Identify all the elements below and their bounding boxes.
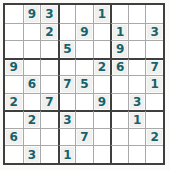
given-digit: 3	[63, 114, 71, 126]
given-digit: 9	[80, 26, 88, 38]
cell-r4c7[interactable]: 6	[110, 58, 128, 76]
sudoku-board: 93129135992676751279323167231	[3, 3, 165, 165]
cell-r5c4[interactable]: 7	[58, 75, 76, 93]
cell-r6c3[interactable]: 7	[40, 93, 58, 111]
given-digit: 2	[28, 114, 36, 126]
given-digit: 6	[10, 131, 18, 143]
given-digit: 7	[80, 131, 88, 143]
cell-r9c3[interactable]	[40, 145, 58, 163]
cell-r7c6[interactable]	[93, 110, 111, 128]
cell-r6c6[interactable]: 9	[93, 93, 111, 111]
given-digit: 2	[98, 61, 106, 73]
cell-r9c5[interactable]	[75, 145, 93, 163]
cell-r6c9[interactable]	[145, 93, 163, 111]
given-digit: 7	[45, 96, 53, 108]
cell-r4c3[interactable]	[40, 58, 58, 76]
given-digit: 1	[98, 8, 106, 20]
cell-r7c5[interactable]	[75, 110, 93, 128]
cell-r3c7[interactable]: 9	[110, 40, 128, 58]
given-digit: 3	[151, 26, 159, 38]
cell-r5c5[interactable]: 5	[75, 75, 93, 93]
given-digit: 1	[116, 26, 124, 38]
given-digit: 1	[63, 149, 71, 161]
cell-r1c6[interactable]: 1	[93, 5, 111, 23]
cell-r6c4[interactable]	[58, 93, 76, 111]
cell-r9c2[interactable]: 3	[23, 145, 41, 163]
cell-r4c8[interactable]	[128, 58, 146, 76]
given-digit: 1	[151, 78, 159, 90]
given-digit: 2	[151, 131, 159, 143]
cell-r4c1[interactable]: 9	[5, 58, 23, 76]
cell-r2c1[interactable]	[5, 23, 23, 41]
cell-r9c4[interactable]: 1	[58, 145, 76, 163]
cell-r4c5[interactable]	[75, 58, 93, 76]
given-digit: 3	[45, 8, 53, 20]
given-digit: 1	[133, 114, 141, 126]
cell-r5c3[interactable]	[40, 75, 58, 93]
cell-r7c4[interactable]: 3	[58, 110, 76, 128]
cell-r1c4[interactable]	[58, 5, 76, 23]
cell-r7c3[interactable]	[40, 110, 58, 128]
cell-r4c2[interactable]	[23, 58, 41, 76]
cell-r9c9[interactable]	[145, 145, 163, 163]
sudoku-board-wrapper: 93129135992676751279323167231	[3, 3, 165, 165]
cell-r2c2[interactable]	[23, 23, 41, 41]
cell-r7c1[interactable]	[5, 110, 23, 128]
cell-r6c8[interactable]: 3	[128, 93, 146, 111]
cell-r2c4[interactable]	[58, 23, 76, 41]
cell-r9c8[interactable]	[128, 145, 146, 163]
given-digit: 3	[28, 149, 36, 161]
cell-r9c6[interactable]	[93, 145, 111, 163]
cell-r1c3[interactable]: 3	[40, 5, 58, 23]
cell-r5c8[interactable]	[128, 75, 146, 93]
cell-r5c7[interactable]	[110, 75, 128, 93]
given-digit: 2	[10, 96, 18, 108]
given-digit: 3	[133, 96, 141, 108]
given-digit: 9	[98, 96, 106, 108]
given-digit: 9	[10, 61, 18, 73]
cell-r8c4[interactable]	[58, 128, 76, 146]
cell-r3c4[interactable]: 5	[58, 40, 76, 58]
cell-r9c7[interactable]	[110, 145, 128, 163]
cell-r7c7[interactable]	[110, 110, 128, 128]
cell-r6c1[interactable]: 2	[5, 93, 23, 111]
cell-r8c1[interactable]: 6	[5, 128, 23, 146]
cell-r8c6[interactable]	[93, 128, 111, 146]
cell-r1c9[interactable]	[145, 5, 163, 23]
cell-r3c2[interactable]	[23, 40, 41, 58]
cell-r6c2[interactable]	[23, 93, 41, 111]
cell-r3c1[interactable]	[5, 40, 23, 58]
cell-r8c2[interactable]	[23, 128, 41, 146]
given-digit: 7	[63, 78, 71, 90]
cell-r7c9[interactable]	[145, 110, 163, 128]
cell-r3c3[interactable]	[40, 40, 58, 58]
cell-r2c9[interactable]: 3	[145, 23, 163, 41]
cell-r4c6[interactable]: 2	[93, 58, 111, 76]
given-digit: 6	[28, 78, 36, 90]
cell-r3c9[interactable]	[145, 40, 163, 58]
given-digit: 9	[116, 43, 124, 55]
cell-r8c9[interactable]: 2	[145, 128, 163, 146]
cell-r3c5[interactable]	[75, 40, 93, 58]
cell-r8c8[interactable]	[128, 128, 146, 146]
given-digit: 9	[28, 8, 36, 20]
cell-r8c5[interactable]: 7	[75, 128, 93, 146]
cell-r1c5[interactable]	[75, 5, 93, 23]
cell-r2c8[interactable]	[128, 23, 146, 41]
given-digit: 2	[45, 26, 53, 38]
cell-r1c7[interactable]	[110, 5, 128, 23]
cell-r5c9[interactable]: 1	[145, 75, 163, 93]
cell-r9c1[interactable]	[5, 145, 23, 163]
cell-r1c2[interactable]: 9	[23, 5, 41, 23]
cell-r2c7[interactable]: 1	[110, 23, 128, 41]
cell-r6c7[interactable]	[110, 93, 128, 111]
cell-r2c6[interactable]	[93, 23, 111, 41]
given-digit: 6	[116, 61, 124, 73]
given-digit: 5	[80, 78, 88, 90]
cell-r1c8[interactable]	[128, 5, 146, 23]
cell-r5c2[interactable]: 6	[23, 75, 41, 93]
cell-r7c8[interactable]: 1	[128, 110, 146, 128]
cell-r7c2[interactable]: 2	[23, 110, 41, 128]
cell-r1c1[interactable]	[5, 5, 23, 23]
cell-r5c1[interactable]	[5, 75, 23, 93]
cell-r5c6[interactable]	[93, 75, 111, 93]
cell-r4c9[interactable]: 7	[145, 58, 163, 76]
cell-r8c3[interactable]	[40, 128, 58, 146]
cell-r3c6[interactable]	[93, 40, 111, 58]
cell-r6c5[interactable]	[75, 93, 93, 111]
cell-r4c4[interactable]	[58, 58, 76, 76]
cell-r2c3[interactable]: 2	[40, 23, 58, 41]
given-digit: 5	[63, 43, 71, 55]
cell-r2c5[interactable]: 9	[75, 23, 93, 41]
given-digit: 7	[151, 61, 159, 73]
cell-r3c8[interactable]	[128, 40, 146, 58]
cell-r8c7[interactable]	[110, 128, 128, 146]
